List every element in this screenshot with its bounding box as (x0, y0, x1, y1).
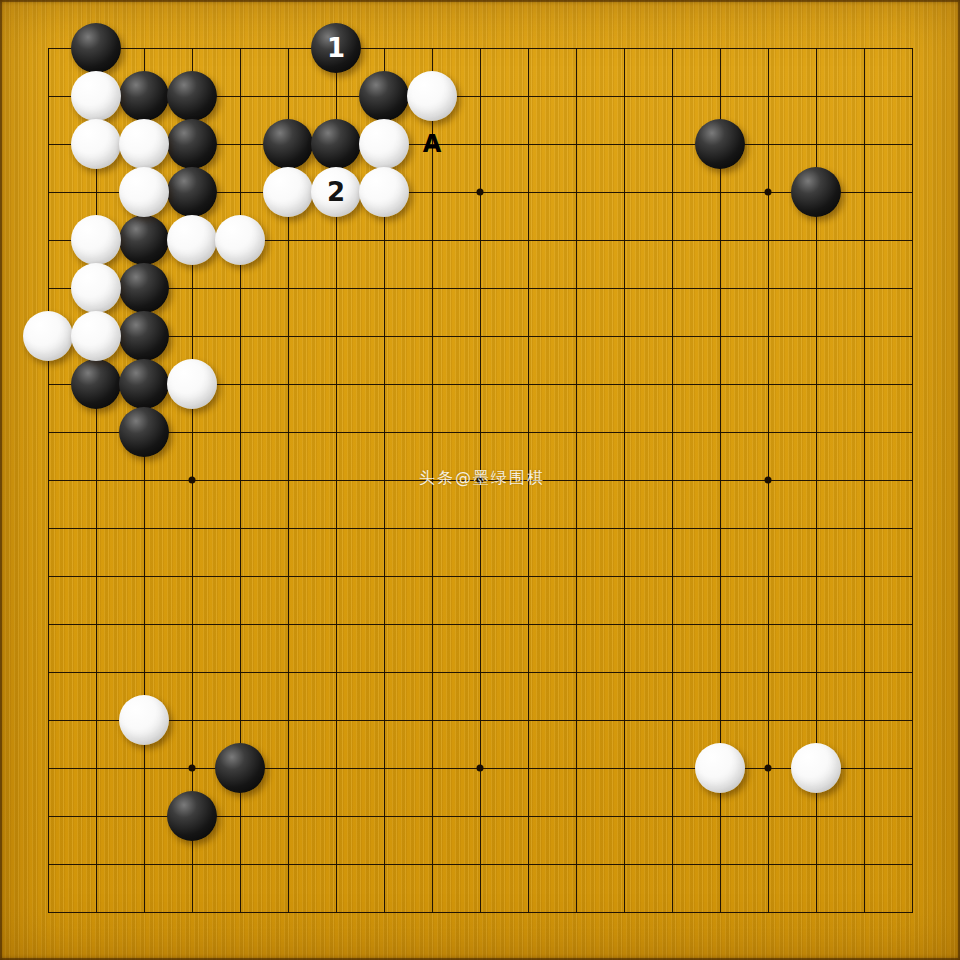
stone-white (71, 263, 121, 313)
stone-white (71, 71, 121, 121)
stone-black (119, 359, 169, 409)
go-diagram: 12 A 头条@墨绿围棋 (0, 0, 960, 960)
stone-white (407, 71, 457, 121)
stone-black (167, 167, 217, 217)
stone-white (119, 119, 169, 169)
star-point (765, 477, 772, 484)
stone-black (119, 71, 169, 121)
stone-white (167, 215, 217, 265)
move-number-label: 1 (327, 35, 345, 61)
stone-white (23, 311, 73, 361)
stone-white (71, 311, 121, 361)
stone-black (359, 71, 409, 121)
stone-white (215, 215, 265, 265)
stone-white (71, 215, 121, 265)
stone-white (359, 167, 409, 217)
stone-black: 1 (311, 23, 361, 73)
stone-black (167, 791, 217, 841)
stone-white (167, 359, 217, 409)
stone-black (71, 23, 121, 73)
stone-black (167, 119, 217, 169)
stone-white (695, 743, 745, 793)
star-point (189, 477, 196, 484)
stone-black (119, 215, 169, 265)
stone-black (263, 119, 313, 169)
stone-white (359, 119, 409, 169)
stone-black (119, 311, 169, 361)
stone-black (695, 119, 745, 169)
star-point (477, 189, 484, 196)
star-point (477, 765, 484, 772)
stone-white (71, 119, 121, 169)
star-point (765, 189, 772, 196)
stone-white (119, 695, 169, 745)
watermark-text: 头条@墨绿围棋 (419, 468, 545, 489)
star-point (765, 765, 772, 772)
stone-black (71, 359, 121, 409)
stone-white (791, 743, 841, 793)
point-label-A: A (423, 132, 442, 156)
stone-white (119, 167, 169, 217)
move-number-label: 2 (327, 179, 345, 205)
go-board: 12 A 头条@墨绿围棋 (0, 0, 960, 960)
stone-black (119, 407, 169, 457)
stone-black (311, 119, 361, 169)
stone-black (119, 263, 169, 313)
stone-black (167, 71, 217, 121)
stone-white: 2 (311, 167, 361, 217)
stone-white (263, 167, 313, 217)
star-point (189, 765, 196, 772)
stone-black (791, 167, 841, 217)
stone-black (215, 743, 265, 793)
